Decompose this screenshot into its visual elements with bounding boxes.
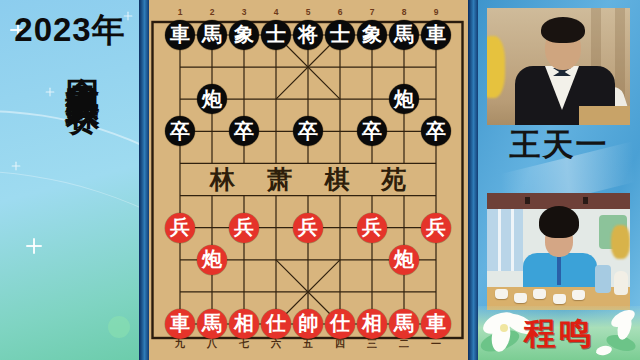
ceiling-light bbox=[583, 197, 588, 204]
black-file-numbers: 123456789 bbox=[164, 7, 452, 17]
piece-black-chariot[interactable]: 車 bbox=[165, 20, 195, 50]
player-name-top: 王天一 bbox=[478, 124, 640, 166]
piece-black-elephant[interactable]: 象 bbox=[357, 20, 387, 50]
piece-red-horse[interactable]: 馬 bbox=[197, 309, 227, 339]
background-person bbox=[611, 225, 630, 259]
window-pane bbox=[487, 209, 523, 271]
teacup bbox=[533, 289, 546, 299]
piece-red-chariot[interactable]: 車 bbox=[165, 309, 195, 339]
player-photo-bottom bbox=[487, 193, 630, 310]
piece-black-horse[interactable]: 馬 bbox=[197, 20, 227, 50]
file-label: 六 bbox=[260, 337, 292, 351]
piece-red-chariot[interactable]: 車 bbox=[421, 309, 451, 339]
piece-black-soldier[interactable]: 卒 bbox=[357, 116, 387, 146]
piece-red-cannon[interactable]: 炮 bbox=[197, 245, 227, 275]
file-label: 2 bbox=[196, 7, 228, 17]
file-label: 1 bbox=[164, 7, 196, 17]
blue-tumbler bbox=[595, 265, 611, 293]
file-label: 5 bbox=[292, 7, 324, 17]
piece-black-soldier[interactable]: 卒 bbox=[165, 116, 195, 146]
piece-red-soldier[interactable]: 兵 bbox=[421, 213, 451, 243]
bubble-decoration bbox=[108, 316, 130, 338]
file-label: 三 bbox=[356, 337, 388, 351]
video-frame: 2023年 全国象棋甲级联赛 123456789 林 萧 棋 苑 車馬象士将士象… bbox=[0, 0, 640, 360]
file-label: 8 bbox=[388, 7, 420, 17]
ceiling-light bbox=[525, 197, 530, 204]
piece-black-horse[interactable]: 馬 bbox=[389, 20, 419, 50]
pieces-layer: 車馬象士将士象馬車炮炮卒卒卒卒卒兵兵兵兵兵炮炮車馬相仕帥仕相馬車 bbox=[164, 19, 452, 340]
piece-black-cannon[interactable]: 炮 bbox=[389, 84, 419, 114]
teacup bbox=[572, 290, 585, 300]
player-name-bottom: 程鸣 bbox=[478, 312, 640, 356]
board-frame-right bbox=[468, 0, 478, 360]
piece-red-advisor[interactable]: 仕 bbox=[261, 309, 291, 339]
window-mullion bbox=[511, 209, 514, 271]
piece-black-advisor[interactable]: 士 bbox=[261, 20, 291, 50]
teacup bbox=[553, 294, 566, 304]
player-hair bbox=[541, 17, 585, 43]
piece-red-advisor[interactable]: 仕 bbox=[325, 309, 355, 339]
file-label: 一 bbox=[420, 337, 452, 351]
players-panel: 王天一 bbox=[478, 0, 640, 360]
teacup bbox=[495, 289, 508, 299]
piece-red-soldier[interactable]: 兵 bbox=[357, 213, 387, 243]
piece-black-cannon[interactable]: 炮 bbox=[197, 84, 227, 114]
piece-red-general[interactable]: 帥 bbox=[293, 309, 323, 339]
piece-red-soldier[interactable]: 兵 bbox=[293, 213, 323, 243]
player-photo-top bbox=[487, 8, 630, 125]
file-label: 九 bbox=[164, 337, 196, 351]
teacup bbox=[514, 293, 527, 303]
piece-red-soldier[interactable]: 兵 bbox=[165, 213, 195, 243]
file-label: 9 bbox=[420, 7, 452, 17]
piece-black-general[interactable]: 将 bbox=[293, 20, 323, 50]
file-label: 4 bbox=[260, 7, 292, 17]
piece-red-cannon[interactable]: 炮 bbox=[389, 245, 419, 275]
file-label: 6 bbox=[324, 7, 356, 17]
player-hair bbox=[539, 206, 579, 238]
file-label: 7 bbox=[356, 7, 388, 17]
xiangqi-board: 123456789 林 萧 棋 苑 車馬象士将士象馬車炮炮卒卒卒卒卒兵兵兵兵兵炮… bbox=[149, 0, 468, 360]
background-person bbox=[487, 36, 505, 98]
event-title-panel: 2023年 全国象棋甲级联赛 bbox=[0, 0, 140, 360]
file-label: 七 bbox=[228, 337, 260, 351]
piece-black-elephant[interactable]: 象 bbox=[229, 20, 259, 50]
file-label: 五 bbox=[292, 337, 324, 351]
red-file-numbers: 九八七六五四三二一 bbox=[164, 337, 452, 351]
sparkle-icon bbox=[12, 162, 21, 171]
piece-black-soldier[interactable]: 卒 bbox=[229, 116, 259, 146]
event-year-label: 2023年 bbox=[0, 8, 140, 53]
file-label: 四 bbox=[324, 337, 356, 351]
event-name-vertical: 全国象棋甲级联赛 bbox=[63, 50, 103, 356]
lanyard bbox=[557, 255, 561, 285]
piece-black-soldier[interactable]: 卒 bbox=[421, 116, 451, 146]
piece-red-horse[interactable]: 馬 bbox=[389, 309, 419, 339]
piece-black-soldier[interactable]: 卒 bbox=[293, 116, 323, 146]
file-label: 3 bbox=[228, 7, 260, 17]
white-jar bbox=[614, 271, 628, 295]
piece-black-advisor[interactable]: 士 bbox=[325, 20, 355, 50]
piece-black-chariot[interactable]: 車 bbox=[421, 20, 451, 50]
piece-red-elephant[interactable]: 相 bbox=[357, 309, 387, 339]
board-frame-left bbox=[139, 0, 149, 360]
sparkle-icon bbox=[26, 238, 42, 254]
window-mullion bbox=[498, 209, 501, 271]
file-label: 八 bbox=[196, 337, 228, 351]
file-label: 二 bbox=[388, 337, 420, 351]
piece-red-elephant[interactable]: 相 bbox=[229, 309, 259, 339]
table-edge bbox=[579, 106, 630, 125]
sparkle-icon bbox=[46, 88, 55, 97]
piece-red-soldier[interactable]: 兵 bbox=[229, 213, 259, 243]
